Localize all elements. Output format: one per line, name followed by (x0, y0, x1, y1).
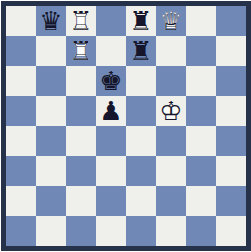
square-d4[interactable] (96, 126, 126, 156)
square-c2[interactable] (66, 186, 96, 216)
square-b1[interactable] (36, 216, 66, 246)
square-h4[interactable] (216, 126, 246, 156)
piece-black-rook[interactable]: ♜ (126, 6, 156, 36)
piece-black-queen[interactable]: ♛ (36, 6, 66, 36)
black-queen-glyph: ♛ (36, 6, 66, 36)
square-c8[interactable]: ♜♖ (66, 6, 96, 36)
square-b2[interactable] (36, 186, 66, 216)
square-b4[interactable] (36, 126, 66, 156)
square-g1[interactable] (186, 216, 216, 246)
piece-white-king[interactable]: ♚♔ (156, 96, 186, 126)
square-b8[interactable]: ♛ (36, 6, 66, 36)
piece-black-pawn[interactable]: ♟ (96, 96, 126, 126)
black-pawn-glyph: ♟ (96, 96, 126, 126)
square-h1[interactable] (216, 216, 246, 246)
square-e5[interactable] (126, 96, 156, 126)
square-f6[interactable] (156, 66, 186, 96)
piece-white-rook[interactable]: ♜♖ (66, 36, 96, 66)
square-g6[interactable] (186, 66, 216, 96)
white-king-outline-glyph: ♔ (156, 96, 186, 126)
square-h3[interactable] (216, 156, 246, 186)
square-g5[interactable] (186, 96, 216, 126)
square-a4[interactable] (6, 126, 36, 156)
square-b7[interactable] (36, 36, 66, 66)
piece-black-rook[interactable]: ♜ (126, 36, 156, 66)
square-e1[interactable] (126, 216, 156, 246)
square-c6[interactable] (66, 66, 96, 96)
square-f7[interactable] (156, 36, 186, 66)
square-h8[interactable] (216, 6, 246, 36)
chess-board: ♛♜♖♜♛♕♜♖♜♚♟♚♔ (6, 6, 246, 246)
square-a1[interactable] (6, 216, 36, 246)
square-e6[interactable] (126, 66, 156, 96)
square-h5[interactable] (216, 96, 246, 126)
piece-black-king[interactable]: ♚ (96, 66, 126, 96)
white-queen-outline-glyph: ♕ (156, 6, 186, 36)
board-border: ♛♜♖♜♛♕♜♖♜♚♟♚♔ (1, 1, 251, 251)
piece-white-rook[interactable]: ♜♖ (66, 6, 96, 36)
square-e2[interactable] (126, 186, 156, 216)
square-c3[interactable] (66, 156, 96, 186)
square-a2[interactable] (6, 186, 36, 216)
black-rook-glyph: ♜ (126, 36, 156, 66)
black-king-glyph: ♚ (96, 66, 126, 96)
square-g2[interactable] (186, 186, 216, 216)
square-g7[interactable] (186, 36, 216, 66)
chess-diagram: ♛♜♖♜♛♕♜♖♜♚♟♚♔ (0, 0, 251, 252)
square-d5[interactable]: ♟ (96, 96, 126, 126)
square-h7[interactable] (216, 36, 246, 66)
white-rook-outline-glyph: ♖ (66, 36, 96, 66)
square-e7[interactable]: ♜ (126, 36, 156, 66)
white-rook-outline-glyph: ♖ (66, 6, 96, 36)
square-f2[interactable] (156, 186, 186, 216)
square-d8[interactable] (96, 6, 126, 36)
square-d2[interactable] (96, 186, 126, 216)
square-f4[interactable] (156, 126, 186, 156)
square-b3[interactable] (36, 156, 66, 186)
square-c4[interactable] (66, 126, 96, 156)
square-g3[interactable] (186, 156, 216, 186)
square-c5[interactable] (66, 96, 96, 126)
square-h2[interactable] (216, 186, 246, 216)
square-f3[interactable] (156, 156, 186, 186)
square-f5[interactable]: ♚♔ (156, 96, 186, 126)
square-d1[interactable] (96, 216, 126, 246)
square-c7[interactable]: ♜♖ (66, 36, 96, 66)
square-d3[interactable] (96, 156, 126, 186)
square-h6[interactable] (216, 66, 246, 96)
square-b5[interactable] (36, 96, 66, 126)
square-f8[interactable]: ♛♕ (156, 6, 186, 36)
square-a3[interactable] (6, 156, 36, 186)
square-a8[interactable] (6, 6, 36, 36)
piece-white-queen[interactable]: ♛♕ (156, 6, 186, 36)
square-f1[interactable] (156, 216, 186, 246)
square-e4[interactable] (126, 126, 156, 156)
square-a5[interactable] (6, 96, 36, 126)
square-b6[interactable] (36, 66, 66, 96)
square-d6[interactable]: ♚ (96, 66, 126, 96)
black-rook-glyph: ♜ (126, 6, 156, 36)
square-d7[interactable] (96, 36, 126, 66)
square-c1[interactable] (66, 216, 96, 246)
square-e8[interactable]: ♜ (126, 6, 156, 36)
square-g4[interactable] (186, 126, 216, 156)
square-a7[interactable] (6, 36, 36, 66)
square-a6[interactable] (6, 66, 36, 96)
square-e3[interactable] (126, 156, 156, 186)
square-g8[interactable] (186, 6, 216, 36)
